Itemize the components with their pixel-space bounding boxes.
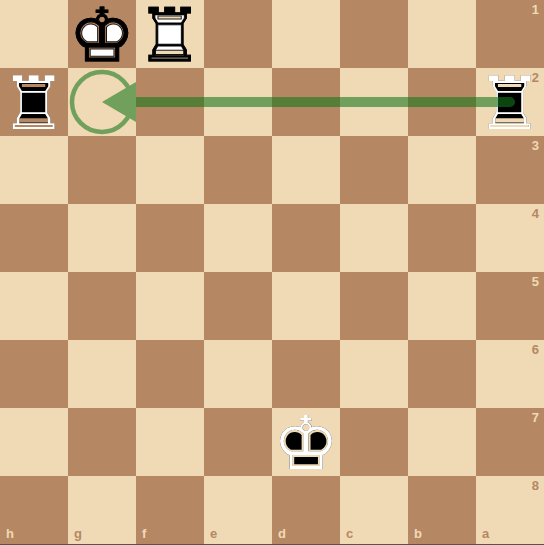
file-label-b: b (414, 527, 422, 540)
square-b4[interactable] (408, 204, 476, 272)
square-a1[interactable]: 1 (476, 0, 544, 68)
square-c6[interactable] (340, 340, 408, 408)
square-h5[interactable] (0, 272, 68, 340)
square-g8[interactable]: g (68, 476, 136, 544)
file-label-g: g (74, 527, 82, 540)
square-b5[interactable] (408, 272, 476, 340)
board-frame: 1234567hgfedcb8a ♚♔♜♖♜♖♜♖♚♔ (0, 0, 544, 545)
square-e3[interactable] (204, 136, 272, 204)
square-b3[interactable] (408, 136, 476, 204)
square-g5[interactable] (68, 272, 136, 340)
square-c2[interactable] (340, 68, 408, 136)
square-c7[interactable] (340, 408, 408, 476)
square-e1[interactable] (204, 0, 272, 68)
black-rook[interactable]: ♜♖ (476, 68, 544, 136)
square-h8[interactable]: h (0, 476, 68, 544)
square-a6[interactable]: 6 (476, 340, 544, 408)
square-d5[interactable] (272, 272, 340, 340)
white-king[interactable]: ♚♔ (68, 0, 136, 68)
rank-label-6: 6 (532, 343, 539, 356)
square-d4[interactable] (272, 204, 340, 272)
black-rook-outline: ♖ (0, 69, 68, 137)
square-g2[interactable] (68, 68, 136, 136)
square-a5[interactable]: 5 (476, 272, 544, 340)
square-e7[interactable] (204, 408, 272, 476)
square-c4[interactable] (340, 204, 408, 272)
square-f2[interactable] (136, 68, 204, 136)
square-d6[interactable] (272, 340, 340, 408)
square-b8[interactable]: b (408, 476, 476, 544)
square-h6[interactable] (0, 340, 68, 408)
rank-label-4: 4 (532, 207, 539, 220)
white-rook-outline: ♖ (136, 1, 204, 69)
square-g3[interactable] (68, 136, 136, 204)
square-f7[interactable] (136, 408, 204, 476)
square-d3[interactable] (272, 136, 340, 204)
square-a4[interactable]: 4 (476, 204, 544, 272)
square-d1[interactable] (272, 0, 340, 68)
square-b1[interactable] (408, 0, 476, 68)
black-rook[interactable]: ♜♖ (0, 68, 68, 136)
square-c5[interactable] (340, 272, 408, 340)
square-e6[interactable] (204, 340, 272, 408)
square-h3[interactable] (0, 136, 68, 204)
black-king[interactable]: ♚♔ (272, 408, 340, 476)
square-f8[interactable]: f (136, 476, 204, 544)
square-g6[interactable] (68, 340, 136, 408)
square-g4[interactable] (68, 204, 136, 272)
file-label-a: a (482, 527, 489, 540)
square-d2[interactable] (272, 68, 340, 136)
square-f6[interactable] (136, 340, 204, 408)
file-label-e: e (210, 527, 217, 540)
square-c3[interactable] (340, 136, 408, 204)
rank-label-8: 8 (532, 479, 539, 492)
square-f5[interactable] (136, 272, 204, 340)
white-king-outline: ♔ (68, 1, 136, 69)
square-h1[interactable] (0, 0, 68, 68)
rank-label-7: 7 (532, 411, 539, 424)
square-h7[interactable] (0, 408, 68, 476)
white-rook[interactable]: ♜♖ (136, 0, 204, 68)
file-label-d: d (278, 527, 286, 540)
square-b7[interactable] (408, 408, 476, 476)
file-label-h: h (6, 527, 14, 540)
square-e5[interactable] (204, 272, 272, 340)
square-b2[interactable] (408, 68, 476, 136)
rank-label-5: 5 (532, 275, 539, 288)
square-f4[interactable] (136, 204, 204, 272)
file-label-c: c (346, 527, 353, 540)
square-g7[interactable] (68, 408, 136, 476)
square-a8[interactable]: 8a (476, 476, 544, 544)
square-d8[interactable]: d (272, 476, 340, 544)
square-c1[interactable] (340, 0, 408, 68)
black-king-outline: ♔ (272, 409, 340, 477)
square-c8[interactable]: c (340, 476, 408, 544)
rank-label-1: 1 (532, 3, 539, 16)
square-a7[interactable]: 7 (476, 408, 544, 476)
square-f3[interactable] (136, 136, 204, 204)
square-e2[interactable] (204, 68, 272, 136)
black-rook-outline: ♖ (476, 69, 544, 137)
file-label-f: f (142, 527, 146, 540)
square-e4[interactable] (204, 204, 272, 272)
square-h4[interactable] (0, 204, 68, 272)
square-e8[interactable]: e (204, 476, 272, 544)
square-a3[interactable]: 3 (476, 136, 544, 204)
square-b6[interactable] (408, 340, 476, 408)
